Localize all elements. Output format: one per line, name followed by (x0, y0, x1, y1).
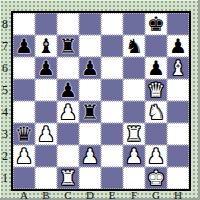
square-f6[interactable] (123, 57, 145, 79)
rank-label-2: 2 (0, 145, 10, 167)
file-label-c: C (57, 190, 79, 200)
square-d7[interactable] (79, 35, 101, 57)
piece-white-pawn: ♟ (37, 123, 55, 145)
square-g2[interactable]: ♟ (145, 145, 167, 167)
file-label-b: B (35, 190, 57, 200)
square-f3[interactable]: ♜ (123, 123, 145, 145)
piece-black-pawn: ♟ (147, 57, 165, 79)
square-e5[interactable] (101, 79, 123, 101)
square-g5[interactable]: ♛ (145, 79, 167, 101)
square-e8[interactable] (101, 13, 123, 35)
square-e2[interactable] (101, 145, 123, 167)
square-c2[interactable] (57, 145, 79, 167)
square-c7[interactable]: ♜ (57, 35, 79, 57)
square-g4[interactable]: ♞ (145, 101, 167, 123)
square-c6[interactable] (57, 57, 79, 79)
piece-black-king: ♚ (147, 13, 165, 35)
square-e1[interactable] (101, 167, 123, 189)
square-b7[interactable]: ♝ (35, 35, 57, 57)
square-d1[interactable] (79, 167, 101, 189)
file-label-d: D (79, 190, 101, 200)
square-c1[interactable]: ♜ (57, 167, 79, 189)
square-b5[interactable] (35, 79, 57, 101)
file-label-g: G (145, 190, 167, 200)
square-a8[interactable] (13, 13, 35, 35)
square-c3[interactable] (57, 123, 79, 145)
square-e6[interactable] (101, 57, 123, 79)
square-d4[interactable]: ♜ (79, 101, 101, 123)
rank-label-8: 8 (0, 13, 10, 35)
piece-white-pawn: ♟ (15, 145, 33, 167)
square-h2[interactable] (167, 145, 189, 167)
square-a3[interactable]: ♛ (13, 123, 35, 145)
rank-label-6: 6 (0, 57, 10, 79)
square-b6[interactable]: ♟ (35, 57, 57, 79)
square-h1[interactable] (167, 167, 189, 189)
square-c8[interactable] (57, 13, 79, 35)
square-f4[interactable] (123, 101, 145, 123)
piece-black-pawn: ♟ (81, 57, 99, 79)
file-label-a: A (13, 190, 35, 200)
square-b1[interactable] (35, 167, 57, 189)
file-label-e: E (101, 190, 123, 200)
square-b4[interactable] (35, 101, 57, 123)
file-label-h: H (167, 190, 189, 200)
square-e4[interactable] (101, 101, 123, 123)
piece-white-rook: ♜ (59, 167, 77, 189)
square-f1[interactable] (123, 167, 145, 189)
piece-black-pawn: ♟ (169, 35, 187, 57)
square-b2[interactable] (35, 145, 57, 167)
piece-black-queen: ♛ (15, 123, 33, 145)
square-d2[interactable]: ♟ (79, 145, 101, 167)
square-f2[interactable]: ♟ (123, 145, 145, 167)
square-d8[interactable] (79, 13, 101, 35)
file-labels: ABCDEFGH (13, 190, 189, 200)
square-a5[interactable] (13, 79, 35, 101)
square-d3[interactable] (79, 123, 101, 145)
chess-diagram: 87654321 ♚♟♝♜♞♟♟♟♟♝♟♛♟♜♞♛♟♜♟♟♟♟♜♚ ABCDEF… (0, 0, 200, 200)
square-f5[interactable] (123, 79, 145, 101)
square-f8[interactable] (123, 13, 145, 35)
rank-label-4: 4 (0, 101, 10, 123)
square-h8[interactable] (167, 13, 189, 35)
square-g8[interactable]: ♚ (145, 13, 167, 35)
square-h4[interactable] (167, 101, 189, 123)
square-c5[interactable]: ♟ (57, 79, 79, 101)
rank-label-1: 1 (0, 167, 10, 189)
square-h3[interactable] (167, 123, 189, 145)
piece-black-pawn: ♟ (37, 57, 55, 79)
piece-black-bishop: ♝ (37, 35, 55, 57)
piece-black-rook: ♜ (59, 35, 77, 57)
piece-white-bishop: ♝ (169, 57, 187, 79)
square-d6[interactable]: ♟ (79, 57, 101, 79)
piece-white-king: ♚ (147, 167, 165, 189)
square-a7[interactable]: ♟ (13, 35, 35, 57)
square-a1[interactable] (13, 167, 35, 189)
piece-white-pawn: ♟ (147, 145, 165, 167)
square-g1[interactable]: ♚ (145, 167, 167, 189)
piece-black-pawn: ♟ (15, 35, 33, 57)
square-f7[interactable]: ♞ (123, 35, 145, 57)
piece-white-knight: ♞ (147, 101, 165, 123)
square-g7[interactable] (145, 35, 167, 57)
square-a6[interactable] (13, 57, 35, 79)
piece-black-knight: ♞ (125, 35, 143, 57)
square-c4[interactable]: ♟ (57, 101, 79, 123)
square-e3[interactable] (101, 123, 123, 145)
piece-white-rook: ♜ (125, 123, 143, 145)
square-h6[interactable]: ♝ (167, 57, 189, 79)
file-label-f: F (123, 190, 145, 200)
rank-label-3: 3 (0, 123, 10, 145)
square-d5[interactable] (79, 79, 101, 101)
piece-white-pawn: ♟ (59, 101, 77, 123)
square-a4[interactable] (13, 101, 35, 123)
piece-white-pawn: ♟ (81, 145, 99, 167)
chess-board[interactable]: ♚♟♝♜♞♟♟♟♟♝♟♛♟♜♞♛♟♜♟♟♟♟♜♚ (11, 11, 191, 191)
square-b8[interactable] (35, 13, 57, 35)
piece-white-queen: ♛ (147, 79, 165, 101)
square-a2[interactable]: ♟ (13, 145, 35, 167)
square-g3[interactable] (145, 123, 167, 145)
square-g6[interactable]: ♟ (145, 57, 167, 79)
piece-black-rook: ♜ (81, 101, 99, 123)
square-e7[interactable] (101, 35, 123, 57)
piece-black-pawn: ♟ (59, 79, 77, 101)
rank-label-5: 5 (0, 79, 10, 101)
rank-label-7: 7 (0, 35, 10, 57)
square-b3[interactable]: ♟ (35, 123, 57, 145)
square-h5[interactable] (167, 79, 189, 101)
piece-white-pawn: ♟ (125, 145, 143, 167)
square-h7[interactable]: ♟ (167, 35, 189, 57)
